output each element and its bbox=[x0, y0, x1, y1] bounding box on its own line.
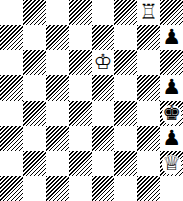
piece-white-rook[interactable]: ♖ bbox=[137, 0, 160, 25]
square-b2[interactable] bbox=[23, 151, 46, 176]
square-f2[interactable] bbox=[114, 151, 137, 176]
square-a4[interactable] bbox=[0, 101, 23, 126]
square-c1[interactable] bbox=[46, 176, 69, 201]
square-a7[interactable] bbox=[0, 25, 23, 50]
square-a8[interactable] bbox=[0, 0, 23, 25]
square-d2[interactable] bbox=[69, 151, 92, 176]
square-c4[interactable] bbox=[46, 101, 69, 126]
square-d6[interactable] bbox=[69, 50, 92, 75]
square-f3[interactable] bbox=[114, 126, 137, 151]
square-h6[interactable] bbox=[160, 50, 183, 75]
square-g2[interactable] bbox=[137, 151, 160, 176]
square-e2[interactable] bbox=[92, 151, 115, 176]
square-b7[interactable] bbox=[23, 25, 46, 50]
square-g6[interactable] bbox=[137, 50, 160, 75]
square-a3[interactable] bbox=[0, 126, 23, 151]
square-g8[interactable]: ♖ bbox=[137, 0, 160, 25]
square-e5[interactable] bbox=[92, 75, 115, 100]
square-h5[interactable]: ♟ bbox=[160, 75, 183, 100]
piece-white-king[interactable]: ♔ bbox=[92, 50, 115, 75]
square-h7[interactable]: ♟ bbox=[160, 25, 183, 50]
square-e6[interactable]: ♔ bbox=[92, 50, 115, 75]
square-c6[interactable] bbox=[46, 50, 69, 75]
square-a1[interactable] bbox=[0, 176, 23, 201]
square-c2[interactable] bbox=[46, 151, 69, 176]
square-b4[interactable] bbox=[23, 101, 46, 126]
square-b8[interactable] bbox=[23, 0, 46, 25]
square-c3[interactable] bbox=[46, 126, 69, 151]
square-b6[interactable] bbox=[23, 50, 46, 75]
square-d4[interactable] bbox=[69, 101, 92, 126]
square-g5[interactable] bbox=[137, 75, 160, 100]
square-d8[interactable] bbox=[69, 0, 92, 25]
square-f5[interactable] bbox=[114, 75, 137, 100]
square-e3[interactable] bbox=[92, 126, 115, 151]
square-f4[interactable] bbox=[114, 101, 137, 126]
square-g4[interactable] bbox=[137, 101, 160, 126]
square-a6[interactable] bbox=[0, 50, 23, 75]
square-b1[interactable] bbox=[23, 176, 46, 201]
square-e7[interactable] bbox=[92, 25, 115, 50]
square-e1[interactable] bbox=[92, 176, 115, 201]
square-d1[interactable] bbox=[69, 176, 92, 201]
square-b5[interactable] bbox=[23, 75, 46, 100]
square-c5[interactable] bbox=[46, 75, 69, 100]
piece-black-king[interactable]: ♚ bbox=[160, 101, 183, 126]
piece-white-queen[interactable]: ♕ bbox=[160, 151, 183, 176]
square-d3[interactable] bbox=[69, 126, 92, 151]
square-a2[interactable] bbox=[0, 151, 23, 176]
square-f8[interactable] bbox=[114, 0, 137, 25]
square-h1[interactable] bbox=[160, 176, 183, 201]
square-g3[interactable] bbox=[137, 126, 160, 151]
square-e8[interactable] bbox=[92, 0, 115, 25]
square-g1[interactable] bbox=[137, 176, 160, 201]
square-h4[interactable]: ♚ bbox=[160, 101, 183, 126]
square-a5[interactable] bbox=[0, 75, 23, 100]
square-h3[interactable]: ♟ bbox=[160, 126, 183, 151]
square-c7[interactable] bbox=[46, 25, 69, 50]
piece-black-pawn[interactable]: ♟ bbox=[160, 126, 183, 151]
square-f1[interactable] bbox=[114, 176, 137, 201]
square-f6[interactable] bbox=[114, 50, 137, 75]
piece-black-pawn[interactable]: ♟ bbox=[160, 25, 183, 50]
square-d5[interactable] bbox=[69, 75, 92, 100]
chess-board: ♖♟♔♟♚♟♕ bbox=[0, 0, 183, 201]
square-b3[interactable] bbox=[23, 126, 46, 151]
square-c8[interactable] bbox=[46, 0, 69, 25]
square-g7[interactable] bbox=[137, 25, 160, 50]
square-h8[interactable] bbox=[160, 0, 183, 25]
square-h2[interactable]: ♕ bbox=[160, 151, 183, 176]
square-d7[interactable] bbox=[69, 25, 92, 50]
square-f7[interactable] bbox=[114, 25, 137, 50]
piece-black-pawn[interactable]: ♟ bbox=[160, 75, 183, 100]
square-e4[interactable] bbox=[92, 101, 115, 126]
